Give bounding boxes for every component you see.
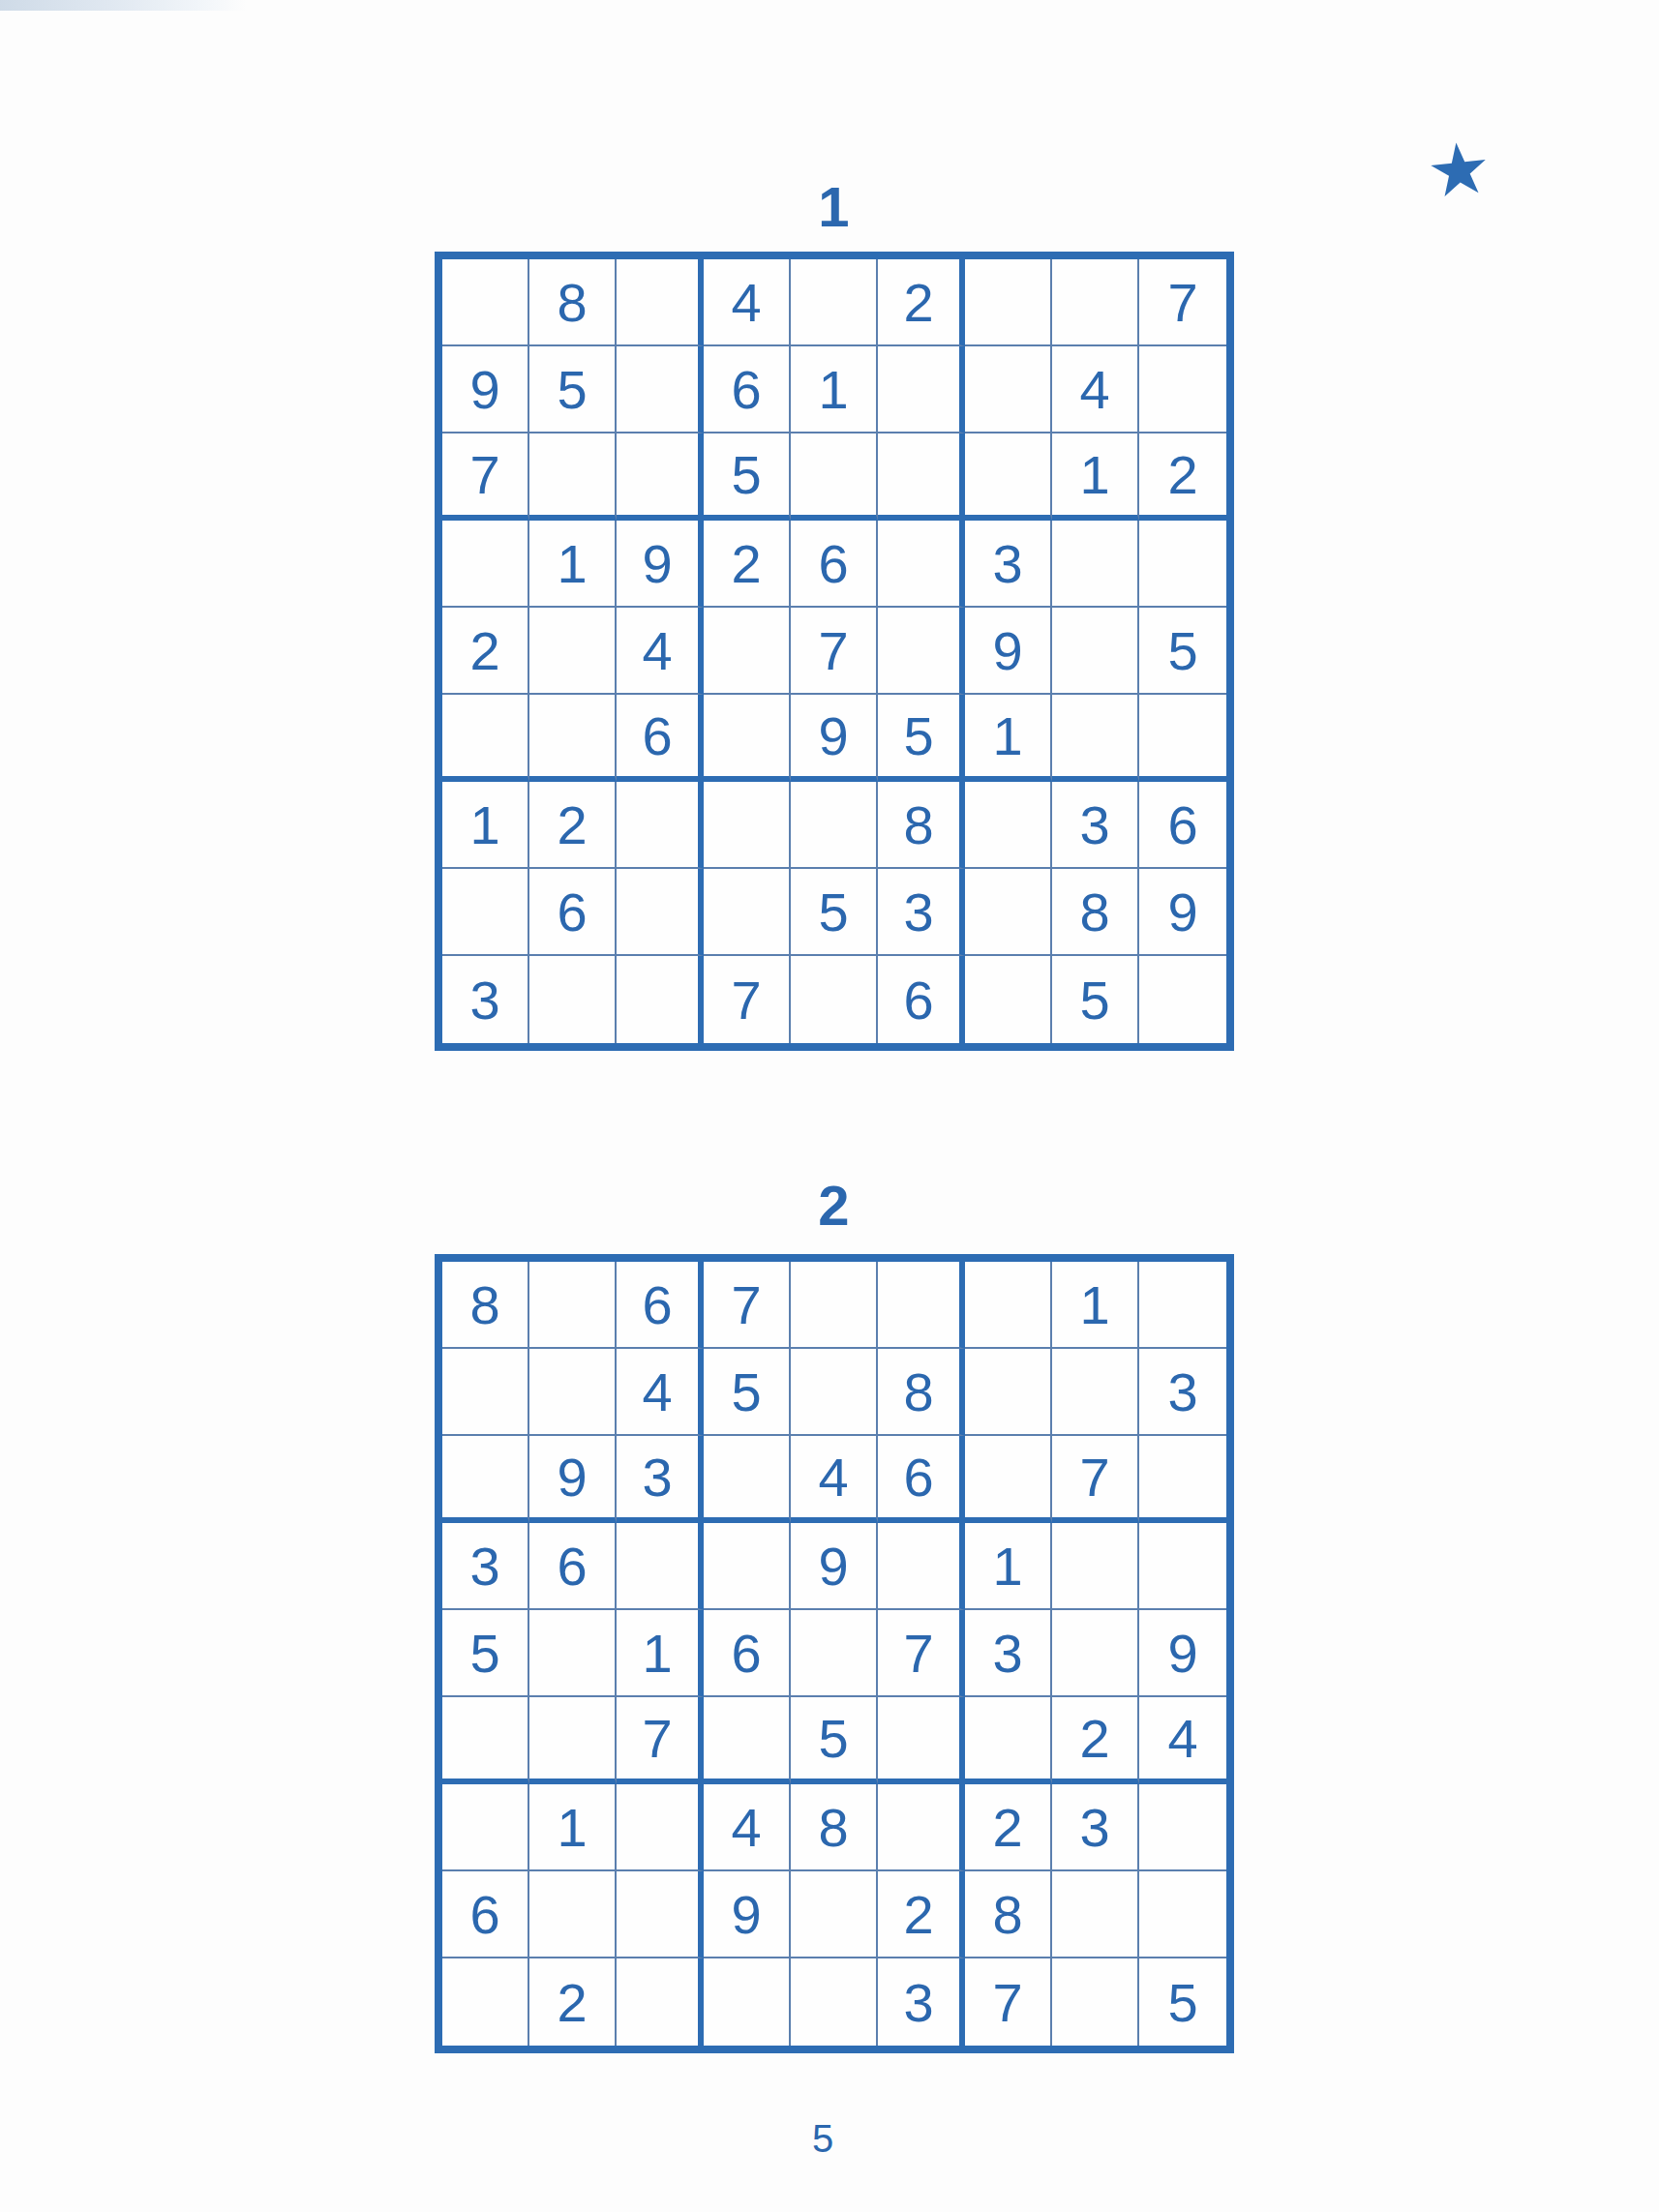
p1-cell-r6c3[interactable]: 6	[617, 695, 704, 782]
p1-cell-r9c8[interactable]: 5	[1052, 956, 1139, 1043]
p2-cell-r1c9[interactable]	[1139, 1262, 1226, 1349]
p2-cell-r8c2[interactable]	[529, 1871, 617, 1958]
p1-cell-r9c7[interactable]	[965, 956, 1052, 1043]
p1-cell-r8c9[interactable]: 9	[1139, 869, 1226, 956]
p1-cell-r1c5[interactable]	[791, 259, 878, 346]
p1-cell-r8c4[interactable]	[704, 869, 791, 956]
p1-cell-r8c3[interactable]	[617, 869, 704, 956]
p2-cell-r5c4[interactable]: 6	[704, 1610, 791, 1697]
p2-cell-r3c4[interactable]	[704, 1436, 791, 1523]
p2-cell-r9c1[interactable]	[442, 1958, 529, 2046]
p1-cell-r5c9[interactable]: 5	[1139, 608, 1226, 695]
p2-cell-r8c4[interactable]: 9	[704, 1871, 791, 1958]
p2-cell-r1c2[interactable]	[529, 1262, 617, 1349]
p2-cell-r3c1[interactable]	[442, 1436, 529, 1523]
p1-cell-r3c4[interactable]: 5	[704, 433, 791, 521]
p1-cell-r2c2[interactable]: 5	[529, 346, 617, 433]
p1-cell-r3c9[interactable]: 2	[1139, 433, 1226, 521]
p2-cell-r8c7[interactable]: 8	[965, 1871, 1052, 1958]
p2-cell-r6c8[interactable]: 2	[1052, 1697, 1139, 1784]
p2-cell-r7c9[interactable]	[1139, 1784, 1226, 1871]
p2-cell-r7c4[interactable]: 4	[704, 1784, 791, 1871]
p1-cell-r2c8[interactable]: 4	[1052, 346, 1139, 433]
p2-cell-r2c6[interactable]: 8	[878, 1349, 965, 1436]
p2-cell-r4c3[interactable]	[617, 1523, 704, 1610]
p2-cell-r9c8[interactable]	[1052, 1958, 1139, 2046]
p2-cell-r6c5[interactable]: 5	[791, 1697, 878, 1784]
puzzle-1-title: 1	[435, 174, 1234, 239]
p1-cell-r9c6[interactable]: 6	[878, 956, 965, 1043]
p1-cell-r7c5[interactable]	[791, 782, 878, 869]
p2-cell-r7c5[interactable]: 8	[791, 1784, 878, 1871]
p1-cell-r1c6[interactable]: 2	[878, 259, 965, 346]
p1-cell-r5c6[interactable]	[878, 608, 965, 695]
p2-cell-r6c9[interactable]: 4	[1139, 1697, 1226, 1784]
p2-cell-r8c8[interactable]	[1052, 1871, 1139, 1958]
p2-cell-r9c6[interactable]: 3	[878, 1958, 965, 2046]
p2-cell-r6c4[interactable]	[704, 1697, 791, 1784]
p2-cell-r5c7[interactable]: 3	[965, 1610, 1052, 1697]
p1-cell-r9c5[interactable]	[791, 956, 878, 1043]
p2-cell-r6c2[interactable]	[529, 1697, 617, 1784]
p2-cell-r4c6[interactable]	[878, 1523, 965, 1610]
p1-cell-r8c5[interactable]: 5	[791, 869, 878, 956]
p2-cell-r2c9[interactable]: 3	[1139, 1349, 1226, 1436]
p1-cell-r6c5[interactable]: 9	[791, 695, 878, 782]
p1-cell-r7c9[interactable]: 6	[1139, 782, 1226, 869]
p2-cell-r2c5[interactable]	[791, 1349, 878, 1436]
p2-cell-r3c8[interactable]: 7	[1052, 1436, 1139, 1523]
p2-cell-r3c2[interactable]: 9	[529, 1436, 617, 1523]
p2-cell-r9c2[interactable]: 2	[529, 1958, 617, 2046]
p2-cell-r9c3[interactable]	[617, 1958, 704, 2046]
p2-cell-r8c1[interactable]: 6	[442, 1871, 529, 1958]
p2-cell-r5c9[interactable]: 9	[1139, 1610, 1226, 1697]
p2-cell-r1c5[interactable]	[791, 1262, 878, 1349]
p2-cell-r3c6[interactable]: 6	[878, 1436, 965, 1523]
p1-cell-r9c2[interactable]	[529, 956, 617, 1043]
p1-cell-r1c1[interactable]	[442, 259, 529, 346]
p1-cell-r6c9[interactable]	[1139, 695, 1226, 782]
p2-cell-r3c3[interactable]: 3	[617, 1436, 704, 1523]
p1-cell-r2c9[interactable]	[1139, 346, 1226, 433]
p1-cell-r2c1[interactable]: 9	[442, 346, 529, 433]
p1-cell-r7c6[interactable]: 8	[878, 782, 965, 869]
p2-cell-r4c4[interactable]	[704, 1523, 791, 1610]
p2-cell-r5c3[interactable]: 1	[617, 1610, 704, 1697]
p2-cell-r6c7[interactable]	[965, 1697, 1052, 1784]
p1-cell-r5c1[interactable]: 2	[442, 608, 529, 695]
p2-cell-r8c9[interactable]	[1139, 1871, 1226, 1958]
scan-artifact	[0, 0, 247, 11]
p1-cell-r4c5[interactable]: 6	[791, 521, 878, 608]
p1-cell-r5c8[interactable]	[1052, 608, 1139, 695]
p1-cell-r8c2[interactable]: 6	[529, 869, 617, 956]
p2-cell-r2c8[interactable]	[1052, 1349, 1139, 1436]
p1-cell-r6c8[interactable]	[1052, 695, 1139, 782]
p1-cell-r6c4[interactable]	[704, 695, 791, 782]
p2-cell-r2c4[interactable]: 5	[704, 1349, 791, 1436]
p2-cell-r1c1[interactable]: 8	[442, 1262, 529, 1349]
p1-cell-r3c6[interactable]	[878, 433, 965, 521]
p2-cell-r9c4[interactable]	[704, 1958, 791, 2046]
p1-cell-r6c1[interactable]	[442, 695, 529, 782]
p1-cell-r9c4[interactable]: 7	[704, 956, 791, 1043]
p1-cell-r9c3[interactable]	[617, 956, 704, 1043]
p2-cell-r2c7[interactable]	[965, 1349, 1052, 1436]
p1-cell-r3c1[interactable]: 7	[442, 433, 529, 521]
p1-cell-r8c6[interactable]: 3	[878, 869, 965, 956]
p1-cell-r2c5[interactable]: 1	[791, 346, 878, 433]
p1-cell-r6c6[interactable]: 5	[878, 695, 965, 782]
p1-cell-r1c2[interactable]: 8	[529, 259, 617, 346]
p1-cell-r4c9[interactable]	[1139, 521, 1226, 608]
p1-cell-r2c6[interactable]	[878, 346, 965, 433]
p1-cell-r1c8[interactable]	[1052, 259, 1139, 346]
p1-cell-r1c7[interactable]	[965, 259, 1052, 346]
p1-cell-r5c4[interactable]	[704, 608, 791, 695]
p1-cell-r3c5[interactable]	[791, 433, 878, 521]
p1-cell-r7c3[interactable]	[617, 782, 704, 869]
p1-cell-r7c4[interactable]	[704, 782, 791, 869]
p2-cell-r1c8[interactable]: 1	[1052, 1262, 1139, 1349]
p1-cell-r6c7[interactable]: 1	[965, 695, 1052, 782]
p1-cell-r6c2[interactable]	[529, 695, 617, 782]
sudoku-grid-1: 8427956147512192632479569511283665389376…	[435, 252, 1234, 1051]
p2-cell-r7c2[interactable]: 1	[529, 1784, 617, 1871]
difficulty-star-icon: ★	[1423, 131, 1494, 209]
p1-cell-r1c3[interactable]	[617, 259, 704, 346]
p1-cell-r9c1[interactable]: 3	[442, 956, 529, 1043]
p2-cell-r1c4[interactable]: 7	[704, 1262, 791, 1349]
p2-cell-r4c1[interactable]: 3	[442, 1523, 529, 1610]
p2-cell-r4c5[interactable]: 9	[791, 1523, 878, 1610]
p2-cell-r6c6[interactable]	[878, 1697, 965, 1784]
p2-cell-r1c7[interactable]	[965, 1262, 1052, 1349]
p2-cell-r3c7[interactable]	[965, 1436, 1052, 1523]
p1-cell-r3c8[interactable]: 1	[1052, 433, 1139, 521]
p2-cell-r4c7[interactable]: 1	[965, 1523, 1052, 1610]
p1-cell-r2c7[interactable]	[965, 346, 1052, 433]
p2-cell-r9c7[interactable]: 7	[965, 1958, 1052, 2046]
p1-cell-r9c9[interactable]	[1139, 956, 1226, 1043]
p2-cell-r4c2[interactable]: 6	[529, 1523, 617, 1610]
p1-cell-r3c2[interactable]	[529, 433, 617, 521]
p1-cell-r4c1[interactable]	[442, 521, 529, 608]
p1-cell-r7c1[interactable]: 1	[442, 782, 529, 869]
p2-cell-r9c9[interactable]: 5	[1139, 1958, 1226, 2046]
p1-cell-r7c7[interactable]	[965, 782, 1052, 869]
p2-cell-r5c8[interactable]	[1052, 1610, 1139, 1697]
p1-cell-r4c4[interactable]: 2	[704, 521, 791, 608]
p1-cell-r5c7[interactable]: 9	[965, 608, 1052, 695]
p1-cell-r5c3[interactable]: 4	[617, 608, 704, 695]
p2-cell-r7c3[interactable]	[617, 1784, 704, 1871]
p2-cell-r5c6[interactable]: 7	[878, 1610, 965, 1697]
p1-cell-r7c8[interactable]: 3	[1052, 782, 1139, 869]
p2-cell-r7c7[interactable]: 2	[965, 1784, 1052, 1871]
p2-cell-r5c2[interactable]	[529, 1610, 617, 1697]
p2-cell-r5c1[interactable]: 5	[442, 1610, 529, 1697]
p1-cell-r4c2[interactable]: 1	[529, 521, 617, 608]
p1-cell-r5c2[interactable]	[529, 608, 617, 695]
p1-cell-r1c4[interactable]: 4	[704, 259, 791, 346]
page-number: 5	[0, 2117, 1645, 2161]
p1-cell-r3c3[interactable]	[617, 433, 704, 521]
p1-cell-r4c7[interactable]: 3	[965, 521, 1052, 608]
p2-cell-r6c3[interactable]: 7	[617, 1697, 704, 1784]
p2-cell-r2c2[interactable]	[529, 1349, 617, 1436]
p2-cell-r9c5[interactable]	[791, 1958, 878, 2046]
p1-cell-r1c9[interactable]: 7	[1139, 259, 1226, 346]
puzzle-2-title: 2	[435, 1173, 1234, 1238]
p2-cell-r2c1[interactable]	[442, 1349, 529, 1436]
p2-cell-r8c5[interactable]	[791, 1871, 878, 1958]
p2-cell-r3c5[interactable]: 4	[791, 1436, 878, 1523]
p2-cell-r6c1[interactable]	[442, 1697, 529, 1784]
p1-cell-r2c3[interactable]	[617, 346, 704, 433]
p2-cell-r3c9[interactable]	[1139, 1436, 1226, 1523]
p1-cell-r8c7[interactable]	[965, 869, 1052, 956]
p1-cell-r5c5[interactable]: 7	[791, 608, 878, 695]
p2-cell-r5c5[interactable]	[791, 1610, 878, 1697]
p2-cell-r1c3[interactable]: 6	[617, 1262, 704, 1349]
p1-cell-r8c8[interactable]: 8	[1052, 869, 1139, 956]
p2-cell-r7c6[interactable]	[878, 1784, 965, 1871]
p1-cell-r4c6[interactable]	[878, 521, 965, 608]
p2-cell-r1c6[interactable]	[878, 1262, 965, 1349]
p1-cell-r8c1[interactable]	[442, 869, 529, 956]
sudoku-grid-2: 8671458393467369151673975241482369282375	[435, 1254, 1234, 2053]
p1-cell-r4c8[interactable]	[1052, 521, 1139, 608]
p2-cell-r7c1[interactable]	[442, 1784, 529, 1871]
p2-cell-r4c9[interactable]	[1139, 1523, 1226, 1610]
p2-cell-r4c8[interactable]	[1052, 1523, 1139, 1610]
p1-cell-r2c4[interactable]: 6	[704, 346, 791, 433]
p1-cell-r7c2[interactable]: 2	[529, 782, 617, 869]
p2-cell-r2c3[interactable]: 4	[617, 1349, 704, 1436]
p1-cell-r3c7[interactable]	[965, 433, 1052, 521]
p1-cell-r4c3[interactable]: 9	[617, 521, 704, 608]
p2-cell-r7c8[interactable]: 3	[1052, 1784, 1139, 1871]
p2-cell-r8c3[interactable]	[617, 1871, 704, 1958]
p2-cell-r8c6[interactable]: 2	[878, 1871, 965, 1958]
